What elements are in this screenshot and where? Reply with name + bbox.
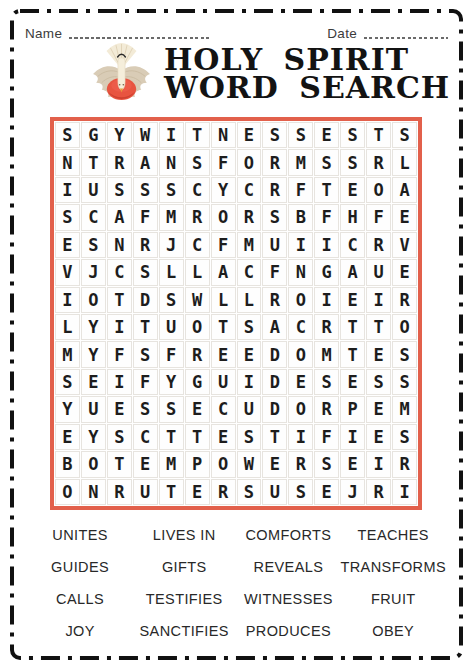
grid-cell-r2c5[interactable]: N (159, 149, 184, 175)
grid-cell-r6c6[interactable]: L (185, 259, 210, 285)
grid-cell-r8c2[interactable]: Y (81, 314, 106, 340)
grid-cell-r2c1[interactable]: N (55, 149, 80, 175)
grid-cell-r1c14[interactable]: S (392, 122, 417, 148)
grid-cell-r14c10[interactable]: S (288, 479, 313, 505)
grid-cell-r10c10[interactable]: E (288, 369, 313, 395)
grid-cell-r8c11[interactable]: R (314, 314, 339, 340)
grid-cell-r8c5[interactable]: U (159, 314, 184, 340)
word-list-item: OBEY (340, 623, 446, 639)
grid-cell-r12c14[interactable]: S (392, 424, 417, 450)
grid-cell-r5c4[interactable]: R (133, 232, 158, 258)
word-list-item: TRANSFORMS (340, 559, 446, 575)
grid-cell-r10c3[interactable]: I (107, 369, 132, 395)
grid-cell-r11c2[interactable]: U (81, 396, 106, 422)
grid-cell-r1c2[interactable]: G (81, 122, 106, 148)
grid-cell-r8c6[interactable]: O (185, 314, 210, 340)
name-label: Name (25, 26, 62, 41)
grid-cell-r9c2[interactable]: Y (81, 341, 106, 367)
name-field: Name (25, 26, 209, 41)
word-list-item: CALLS (28, 591, 132, 607)
grid-cell-r1c5[interactable]: I (159, 122, 184, 148)
word-list-item: REVEALS (236, 559, 340, 575)
grid-cell-r9c1[interactable]: M (55, 341, 80, 367)
grid-cell-r1c1[interactable]: S (55, 122, 80, 148)
grid-cell-r6c3[interactable]: C (107, 259, 132, 285)
grid-cell-r12c11[interactable]: F (314, 424, 339, 450)
grid-cell-r1c6[interactable]: T (185, 122, 210, 148)
grid-cell-r2c2[interactable]: T (81, 149, 106, 175)
grid-cell-r6c7[interactable]: A (211, 259, 236, 285)
grid-cell-r10c8[interactable]: I (237, 369, 262, 395)
grid-cell-r13c1[interactable]: B (55, 451, 80, 477)
grid-cell-r10c13[interactable]: S (366, 369, 391, 395)
grid-cell-r14c11[interactable]: E (314, 479, 339, 505)
grid-cell-r10c1[interactable]: S (55, 369, 80, 395)
grid-cell-r13c5[interactable]: M (159, 451, 184, 477)
grid-cell-r10c14[interactable]: S (392, 369, 417, 395)
grid-cell-r1c11[interactable]: E (314, 122, 339, 148)
grid-cell-r12c10[interactable]: I (288, 424, 313, 450)
grid-cell-r11c13[interactable]: E (366, 396, 391, 422)
grid-cell-r2c3[interactable]: R (107, 149, 132, 175)
grid-cell-r11c14[interactable]: M (392, 396, 417, 422)
grid-cell-r4c13[interactable]: F (366, 204, 391, 230)
grid-cell-r12c3[interactable]: S (107, 424, 132, 450)
word-list-item: UNITES (28, 527, 132, 543)
grid-cell-r9c4[interactable]: S (133, 341, 158, 367)
grid-cell-r2c12[interactable]: S (340, 149, 365, 175)
grid-cell-r3c4[interactable]: S (133, 177, 158, 203)
grid-cell-r5c6[interactable]: C (185, 232, 210, 258)
grid-cell-r13c13[interactable]: I (366, 451, 391, 477)
grid-cell-r2c14[interactable]: L (392, 149, 417, 175)
grid-cell-r11c9[interactable]: D (262, 396, 287, 422)
grid-cell-r6c11[interactable]: G (314, 259, 339, 285)
grid-cell-r4c5[interactable]: M (159, 204, 184, 230)
word-list-item: LIVES IN (132, 527, 236, 543)
grid-cell-r3c9[interactable]: R (262, 177, 287, 203)
grid-cell-r7c9[interactable]: R (262, 287, 287, 313)
word-list-item: JOY (28, 623, 132, 639)
grid-cell-r6c10[interactable]: N (288, 259, 313, 285)
grid-cell-r7c5[interactable]: S (159, 287, 184, 313)
grid-cell-r14c14[interactable]: I (392, 479, 417, 505)
date-field: Date (327, 26, 448, 41)
grid-cell-r9c10[interactable]: O (288, 341, 313, 367)
header-fields: Name Date (25, 26, 448, 41)
grid-cell-r4c2[interactable]: C (81, 204, 106, 230)
grid-cell-r3c2[interactable]: U (81, 177, 106, 203)
grid-cell-r5c11[interactable]: I (314, 232, 339, 258)
grid-cell-r13c4[interactable]: E (133, 451, 158, 477)
grid-cell-r10c2[interactable]: E (81, 369, 106, 395)
grid-cell-r5c3[interactable]: N (107, 232, 132, 258)
grid-cell-r5c7[interactable]: F (211, 232, 236, 258)
worksheet-page: Name Date (0, 0, 474, 670)
grid-cell-r11c11[interactable]: R (314, 396, 339, 422)
grid-cell-r8c8[interactable]: S (237, 314, 262, 340)
grid-cell-r6c4[interactable]: S (133, 259, 158, 285)
grid-cell-r2c8[interactable]: O (237, 149, 262, 175)
grid-cell-r13c14[interactable]: R (392, 451, 417, 477)
grid-cell-r2c13[interactable]: R (366, 149, 391, 175)
grid-cell-r10c11[interactable]: S (314, 369, 339, 395)
grid-cell-r6c14[interactable]: E (392, 259, 417, 285)
grid-cell-r14c12[interactable]: J (340, 479, 365, 505)
grid-cell-r7c1[interactable]: I (55, 287, 80, 313)
grid-cell-r12c13[interactable]: E (366, 424, 391, 450)
grid-cell-r12c12[interactable]: I (340, 424, 365, 450)
grid-cell-r10c5[interactable]: Y (159, 369, 184, 395)
grid-cell-r12c7[interactable]: E (211, 424, 236, 450)
grid-cell-r7c2[interactable]: O (81, 287, 106, 313)
dove-icon (82, 40, 161, 108)
grid-cell-r3c14[interactable]: A (392, 177, 417, 203)
grid-cell-r11c12[interactable]: P (340, 396, 365, 422)
grid-cell-r3c12[interactable]: E (340, 177, 365, 203)
grid-cell-r11c5[interactable]: S (159, 396, 184, 422)
grid-cell-r9c5[interactable]: F (159, 341, 184, 367)
grid-cell-r9c6[interactable]: R (185, 341, 210, 367)
grid-cell-r2c7[interactable]: F (211, 149, 236, 175)
word-list-item: FRUIT (340, 591, 446, 607)
grid-cell-r7c10[interactable]: O (288, 287, 313, 313)
grid-cell-r12c9[interactable]: T (262, 424, 287, 450)
grid-cell-r4c8[interactable]: R (237, 204, 262, 230)
grid-cell-r3c13[interactable]: O (366, 177, 391, 203)
grid-cell-r3c10[interactable]: F (288, 177, 313, 203)
grid-cell-r7c7[interactable]: L (211, 287, 236, 313)
grid-cell-r5c14[interactable]: V (392, 232, 417, 258)
date-write-line (364, 37, 448, 39)
grid-cell-r5c1[interactable]: E (55, 232, 80, 258)
grid-cell-r12c8[interactable]: S (237, 424, 262, 450)
grid-cell-r4c10[interactable]: B (288, 204, 313, 230)
grid-cell-r1c7[interactable]: N (211, 122, 236, 148)
masthead: HOLY SPIRIT WORD SEARCH (82, 40, 450, 108)
word-list-item: GUIDES (28, 559, 132, 575)
grid-cell-r9c11[interactable]: M (314, 341, 339, 367)
grid-cell-r4c12[interactable]: H (340, 204, 365, 230)
grid-cell-r3c6[interactable]: C (185, 177, 210, 203)
grid-cell-r3c7[interactable]: Y (211, 177, 236, 203)
grid-cell-r8c4[interactable]: T (133, 314, 158, 340)
grid-cell-r8c10[interactable]: C (288, 314, 313, 340)
grid-cell-r9c12[interactable]: T (340, 341, 365, 367)
grid-cell-r5c10[interactable]: I (288, 232, 313, 258)
grid-cell-r7c6[interactable]: W (185, 287, 210, 313)
grid-cell-r4c9[interactable]: S (262, 204, 287, 230)
grid-cell-r13c10[interactable]: R (288, 451, 313, 477)
grid-cell-r2c11[interactable]: S (314, 149, 339, 175)
grid-cell-r4c6[interactable]: R (185, 204, 210, 230)
grid-cell-r14c7[interactable]: R (211, 479, 236, 505)
grid-cell-r14c9[interactable]: U (262, 479, 287, 505)
grid-cell-r7c4[interactable]: D (133, 287, 158, 313)
grid-cell-r14c6[interactable]: E (185, 479, 210, 505)
grid-cell-r7c12[interactable]: E (340, 287, 365, 313)
grid-cell-r9c9[interactable]: D (262, 341, 287, 367)
grid-cell-r5c9[interactable]: U (262, 232, 287, 258)
grid-cell-r7c11[interactable]: I (314, 287, 339, 313)
word-list: UNITESLIVES INCOMFORTSTEACHESGUIDESGIFTS… (28, 527, 446, 639)
grid-cell-r14c5[interactable]: T (159, 479, 184, 505)
grid-cell-r10c12[interactable]: E (340, 369, 365, 395)
grid-cell-r11c7[interactable]: C (211, 396, 236, 422)
grid-cell-r3c3[interactable]: S (107, 177, 132, 203)
grid-cell-r11c8[interactable]: U (237, 396, 262, 422)
grid-cell-r6c13[interactable]: U (366, 259, 391, 285)
grid-cell-r3c11[interactable]: T (314, 177, 339, 203)
date-label: Date (327, 26, 357, 41)
grid-cell-r14c2[interactable]: N (81, 479, 106, 505)
word-list-item: GIFTS (132, 559, 236, 575)
grid-cell-r1c9[interactable]: S (262, 122, 287, 148)
grid-cell-r5c8[interactable]: M (237, 232, 262, 258)
grid-cell-r7c13[interactable]: I (366, 287, 391, 313)
grid-cell-r14c3[interactable]: R (107, 479, 132, 505)
grid-cell-r5c13[interactable]: R (366, 232, 391, 258)
grid-cell-r4c7[interactable]: O (211, 204, 236, 230)
grid-cell-r9c3[interactable]: F (107, 341, 132, 367)
grid-cell-r2c6[interactable]: S (185, 149, 210, 175)
grid-cell-r12c6[interactable]: T (185, 424, 210, 450)
grid-cell-r7c3[interactable]: T (107, 287, 132, 313)
grid-cell-r10c9[interactable]: D (262, 369, 287, 395)
grid-cell-r8c13[interactable]: T (366, 314, 391, 340)
grid-cell-r14c4[interactable]: U (133, 479, 158, 505)
grid-cell-r13c9[interactable]: E (262, 451, 287, 477)
grid-cell-r3c1[interactable]: I (55, 177, 80, 203)
grid-cell-r5c5[interactable]: J (159, 232, 184, 258)
grid-cell-r5c12[interactable]: C (340, 232, 365, 258)
grid-cell-r1c10[interactable]: S (288, 122, 313, 148)
grid-cell-r13c6[interactable]: P (185, 451, 210, 477)
grid-cell-r6c5[interactable]: L (159, 259, 184, 285)
grid-cell-r4c14[interactable]: E (392, 204, 417, 230)
grid-cell-r4c1[interactable]: S (55, 204, 80, 230)
grid-cell-r13c7[interactable]: O (211, 451, 236, 477)
word-list-item: COMFORTS (236, 527, 340, 543)
grid-cell-r2c9[interactable]: R (262, 149, 287, 175)
word-list-item: SANCTIFIES (132, 623, 236, 639)
grid-cell-r11c1[interactable]: Y (55, 396, 80, 422)
word-search-grid: SGYWITNESSESTSNTRANSFORMSSRLIUSSSCYCRFTE… (50, 117, 422, 510)
grid-cell-r12c5[interactable]: T (159, 424, 184, 450)
grid-cell-r12c1[interactable]: E (55, 424, 80, 450)
grid-cell-r8c9[interactable]: A (262, 314, 287, 340)
grid-cell-r6c2[interactable]: J (81, 259, 106, 285)
grid-cell-r13c8[interactable]: W (237, 451, 262, 477)
grid-cell-r1c4[interactable]: W (133, 122, 158, 148)
grid-cell-r1c3[interactable]: Y (107, 122, 132, 148)
grid-cell-r11c6[interactable]: E (185, 396, 210, 422)
grid-cell-r8c14[interactable]: O (392, 314, 417, 340)
title-line-2: WORD SEARCH (164, 74, 450, 103)
grid-cell-r10c7[interactable]: U (211, 369, 236, 395)
grid-cell-r1c12[interactable]: S (340, 122, 365, 148)
grid-cell-r4c4[interactable]: F (133, 204, 158, 230)
grid-cell-r2c10[interactable]: M (288, 149, 313, 175)
grid-cell-r14c8[interactable]: S (237, 479, 262, 505)
grid-cell-r14c13[interactable]: R (366, 479, 391, 505)
grid-cell-r2c4[interactable]: A (133, 149, 158, 175)
grid-cell-r6c9[interactable]: F (262, 259, 287, 285)
grid-cell-r14c1[interactable]: O (55, 479, 80, 505)
grid-cell-r13c3[interactable]: T (107, 451, 132, 477)
grid-cell-r3c8[interactable]: C (237, 177, 262, 203)
word-list-item: WITNESSES (236, 591, 340, 607)
grid-cell-r12c4[interactable]: C (133, 424, 158, 450)
grid-cell-r3c5[interactable]: S (159, 177, 184, 203)
grid-cell-r1c8[interactable]: E (237, 122, 262, 148)
title: HOLY SPIRIT WORD SEARCH (164, 46, 450, 103)
grid-cell-r8c12[interactable]: T (340, 314, 365, 340)
grid-cell-r11c4[interactable]: S (133, 396, 158, 422)
grid-cell-r4c3[interactable]: A (107, 204, 132, 230)
word-list-item: TEACHES (340, 527, 446, 543)
grid-cell-r13c12[interactable]: E (340, 451, 365, 477)
grid-cell-r4c11[interactable]: F (314, 204, 339, 230)
grid-cell-r12c2[interactable]: Y (81, 424, 106, 450)
grid-cell-r10c6[interactable]: G (185, 369, 210, 395)
grid-cell-r7c14[interactable]: R (392, 287, 417, 313)
grid-cell-r9c14[interactable]: S (392, 341, 417, 367)
grid-cell-r6c1[interactable]: V (55, 259, 80, 285)
name-write-line (69, 37, 209, 39)
grid-cell-r11c3[interactable]: E (107, 396, 132, 422)
grid-cell-r8c3[interactable]: I (107, 314, 132, 340)
grid-cell-r13c2[interactable]: O (81, 451, 106, 477)
grid-cell-r9c13[interactable]: E (366, 341, 391, 367)
grid-cell-r8c7[interactable]: T (211, 314, 236, 340)
grid-cell-r1c13[interactable]: T (366, 122, 391, 148)
word-list-item: TESTIFIES (132, 591, 236, 607)
grid-cell-r13c11[interactable]: S (314, 451, 339, 477)
grid-cell-r8c1[interactable]: L (55, 314, 80, 340)
grid-cell-r5c2[interactable]: S (81, 232, 106, 258)
grid-cell-r6c8[interactable]: C (237, 259, 262, 285)
grid-cell-r9c8[interactable]: E (237, 341, 262, 367)
grid-cell-r10c4[interactable]: F (133, 369, 158, 395)
grid-cell-r7c8[interactable]: L (237, 287, 262, 313)
word-list-item: PRODUCES (236, 623, 340, 639)
grid-cell-r11c10[interactable]: O (288, 396, 313, 422)
grid-cell-r6c12[interactable]: A (340, 259, 365, 285)
grid-cell-r9c7[interactable]: E (211, 341, 236, 367)
